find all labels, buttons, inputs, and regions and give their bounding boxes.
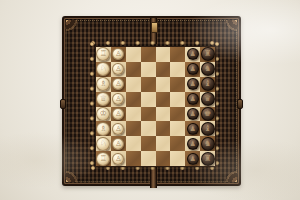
square-g3[interactable] xyxy=(126,136,141,151)
hinge-icon xyxy=(237,99,243,109)
square-a5[interactable] xyxy=(156,47,171,62)
photo-scene: ♖♙♟♜♘♙♟♞♗♙♟♝♕♙♟♛♔♙♟♚♗♙♟♝♘♙♟♞♖♙♟♜ xyxy=(0,0,300,200)
black-b-piece[interactable]: ♝ xyxy=(201,122,215,136)
square-d4[interactable] xyxy=(141,92,156,107)
square-h2[interactable]: ♙ xyxy=(111,151,126,166)
white-p-piece[interactable]: ♙ xyxy=(112,48,124,60)
square-e6[interactable] xyxy=(170,107,185,122)
black-p-piece[interactable]: ♟ xyxy=(187,123,199,135)
square-d8[interactable]: ♛ xyxy=(200,92,215,107)
black-n-piece[interactable]: ♞ xyxy=(201,137,215,151)
square-e8[interactable]: ♚ xyxy=(200,107,215,122)
square-f1[interactable]: ♗ xyxy=(96,121,111,136)
square-h4[interactable] xyxy=(141,151,156,166)
black-q-piece[interactable]: ♛ xyxy=(201,92,215,106)
square-f2[interactable]: ♙ xyxy=(111,121,126,136)
square-b4[interactable] xyxy=(141,62,156,77)
square-b5[interactable] xyxy=(156,62,171,77)
square-f7[interactable]: ♟ xyxy=(185,121,200,136)
corner-ornament-icon xyxy=(66,164,84,182)
square-a6[interactable] xyxy=(170,47,185,62)
square-e7[interactable]: ♟ xyxy=(185,107,200,122)
black-p-piece[interactable]: ♟ xyxy=(187,108,199,120)
black-p-piece[interactable]: ♟ xyxy=(187,153,199,165)
square-e1[interactable]: ♔ xyxy=(96,107,111,122)
corner-ornament-icon xyxy=(219,164,237,182)
square-d3[interactable] xyxy=(126,92,141,107)
square-a4[interactable] xyxy=(141,47,156,62)
square-h6[interactable] xyxy=(170,151,185,166)
square-a3[interactable] xyxy=(126,47,141,62)
square-d7[interactable]: ♟ xyxy=(185,92,200,107)
black-p-piece[interactable]: ♟ xyxy=(187,63,199,75)
brass-studs-left xyxy=(90,42,94,169)
clasp-icon xyxy=(151,22,158,33)
white-b-piece[interactable]: ♗ xyxy=(96,77,110,91)
square-h5[interactable] xyxy=(156,151,171,166)
black-k-piece[interactable]: ♚ xyxy=(201,107,215,121)
hinge-icon xyxy=(60,99,66,109)
black-p-piece[interactable]: ♟ xyxy=(187,138,199,150)
square-g7[interactable]: ♟ xyxy=(185,136,200,151)
black-n-piece[interactable]: ♞ xyxy=(201,62,215,76)
square-d1[interactable]: ♕ xyxy=(96,92,111,107)
square-g2[interactable]: ♙ xyxy=(111,136,126,151)
square-b2[interactable]: ♙ xyxy=(111,62,126,77)
corner-ornament-icon xyxy=(66,20,84,38)
square-g8[interactable]: ♞ xyxy=(200,136,215,151)
square-c7[interactable]: ♟ xyxy=(185,77,200,92)
square-g6[interactable] xyxy=(170,136,185,151)
square-a2[interactable]: ♙ xyxy=(111,47,126,62)
square-b6[interactable] xyxy=(170,62,185,77)
white-r-piece[interactable]: ♖ xyxy=(96,47,110,61)
square-e5[interactable] xyxy=(156,107,171,122)
white-p-piece[interactable]: ♙ xyxy=(112,138,124,150)
square-b1[interactable]: ♘ xyxy=(96,62,111,77)
chess-box-frame: ♖♙♟♜♘♙♟♞♗♙♟♝♕♙♟♛♔♙♟♚♗♙♟♝♘♙♟♞♖♙♟♜ xyxy=(62,16,241,186)
white-p-piece[interactable]: ♙ xyxy=(112,123,124,135)
white-n-piece[interactable]: ♘ xyxy=(96,62,110,76)
square-c3[interactable] xyxy=(126,77,141,92)
square-h3[interactable] xyxy=(126,151,141,166)
black-p-piece[interactable]: ♟ xyxy=(187,93,199,105)
square-d6[interactable] xyxy=(170,92,185,107)
white-p-piece[interactable]: ♙ xyxy=(112,93,124,105)
square-g5[interactable] xyxy=(156,136,171,151)
square-c8[interactable]: ♝ xyxy=(200,77,215,92)
square-h7[interactable]: ♟ xyxy=(185,151,200,166)
square-c5[interactable] xyxy=(156,77,171,92)
white-p-piece[interactable]: ♙ xyxy=(112,153,124,165)
black-p-piece[interactable]: ♟ xyxy=(187,48,199,60)
white-n-piece[interactable]: ♘ xyxy=(96,137,110,151)
white-r-piece[interactable]: ♖ xyxy=(96,152,110,166)
square-f3[interactable] xyxy=(126,121,141,136)
square-d2[interactable]: ♙ xyxy=(111,92,126,107)
white-b-piece[interactable]: ♗ xyxy=(96,122,110,136)
chess-board: ♖♙♟♜♘♙♟♞♗♙♟♝♕♙♟♛♔♙♟♚♗♙♟♝♘♙♟♞♖♙♟♜ xyxy=(95,46,216,167)
white-p-piece[interactable]: ♙ xyxy=(112,63,124,75)
square-e3[interactable] xyxy=(126,107,141,122)
square-f5[interactable] xyxy=(156,121,171,136)
square-a7[interactable]: ♟ xyxy=(185,47,200,62)
square-d5[interactable] xyxy=(156,92,171,107)
square-a1[interactable]: ♖ xyxy=(96,47,111,62)
white-p-piece[interactable]: ♙ xyxy=(112,108,124,120)
black-r-piece[interactable]: ♜ xyxy=(201,152,215,166)
square-c6[interactable] xyxy=(170,77,185,92)
black-b-piece[interactable]: ♝ xyxy=(201,77,215,91)
white-q-piece[interactable]: ♕ xyxy=(96,92,110,106)
square-a8[interactable]: ♜ xyxy=(200,47,215,62)
square-b8[interactable]: ♞ xyxy=(200,62,215,77)
square-f6[interactable] xyxy=(170,121,185,136)
corner-ornament-icon xyxy=(219,20,237,38)
square-b3[interactable] xyxy=(126,62,141,77)
square-c4[interactable] xyxy=(141,77,156,92)
white-p-piece[interactable]: ♙ xyxy=(112,78,124,90)
white-k-piece[interactable]: ♔ xyxy=(96,107,110,121)
square-f8[interactable]: ♝ xyxy=(200,121,215,136)
square-e2[interactable]: ♙ xyxy=(111,107,126,122)
black-r-piece[interactable]: ♜ xyxy=(201,47,215,61)
square-c1[interactable]: ♗ xyxy=(96,77,111,92)
square-c2[interactable]: ♙ xyxy=(111,77,126,92)
square-e4[interactable] xyxy=(141,107,156,122)
square-h1[interactable]: ♖ xyxy=(96,151,111,166)
square-b7[interactable]: ♟ xyxy=(185,62,200,77)
square-g4[interactable] xyxy=(141,136,156,151)
square-h8[interactable]: ♜ xyxy=(200,151,215,166)
black-p-piece[interactable]: ♟ xyxy=(187,78,199,90)
square-f4[interactable] xyxy=(141,121,156,136)
square-g1[interactable]: ♘ xyxy=(96,136,111,151)
